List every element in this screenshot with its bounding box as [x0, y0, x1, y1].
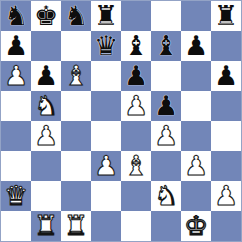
square-h7[interactable]: [211, 31, 241, 61]
white-bishop[interactable]: ♝: [64, 61, 88, 91]
square-b2[interactable]: [31, 181, 61, 211]
white-knight[interactable]: ♞: [34, 91, 58, 121]
square-d1[interactable]: [91, 211, 121, 241]
square-e7[interactable]: ♝: [121, 31, 151, 61]
black-bishop[interactable]: ♝: [124, 31, 148, 61]
square-f6[interactable]: [151, 61, 181, 91]
square-b4[interactable]: ♟: [31, 121, 61, 151]
square-b3[interactable]: [31, 151, 61, 181]
square-a4[interactable]: [1, 121, 31, 151]
square-a7[interactable]: ♟: [1, 31, 31, 61]
square-h1[interactable]: [211, 211, 241, 241]
square-h4[interactable]: [211, 121, 241, 151]
white-pawn[interactable]: ♟: [94, 151, 118, 181]
square-h5[interactable]: [211, 91, 241, 121]
square-f1[interactable]: [151, 211, 181, 241]
square-e5[interactable]: ♟: [121, 91, 151, 121]
white-rook[interactable]: ♜: [64, 211, 88, 241]
black-pawn[interactable]: ♟: [184, 31, 208, 61]
chess-board: ♞♚♞♜♜♟♛♝♝♟♟♟♝♟♟♞♟♟♟♟♟♝♟♛♞♟♜♜♚: [0, 0, 242, 242]
square-g4[interactable]: [181, 121, 211, 151]
square-a8[interactable]: ♞: [1, 1, 31, 31]
square-e4[interactable]: [121, 121, 151, 151]
black-knight[interactable]: ♞: [64, 1, 88, 31]
square-c5[interactable]: [61, 91, 91, 121]
white-bishop[interactable]: ♝: [124, 151, 148, 181]
square-c8[interactable]: ♞: [61, 1, 91, 31]
square-h6[interactable]: ♟: [211, 61, 241, 91]
white-pawn[interactable]: ♟: [184, 151, 208, 181]
square-f3[interactable]: [151, 151, 181, 181]
black-king[interactable]: ♚: [34, 1, 58, 31]
square-a2[interactable]: ♛: [1, 181, 31, 211]
square-d6[interactable]: [91, 61, 121, 91]
square-c4[interactable]: [61, 121, 91, 151]
square-f5[interactable]: ♟: [151, 91, 181, 121]
square-b7[interactable]: [31, 31, 61, 61]
black-pawn[interactable]: ♟: [124, 61, 148, 91]
square-e2[interactable]: [121, 181, 151, 211]
square-a5[interactable]: [1, 91, 31, 121]
square-f4[interactable]: ♟: [151, 121, 181, 151]
white-pawn[interactable]: ♟: [214, 181, 238, 211]
square-b1[interactable]: ♜: [31, 211, 61, 241]
black-pawn[interactable]: ♟: [34, 61, 58, 91]
square-c2[interactable]: [61, 181, 91, 211]
square-b6[interactable]: ♟: [31, 61, 61, 91]
black-rook[interactable]: ♜: [214, 1, 238, 31]
square-d3[interactable]: ♟: [91, 151, 121, 181]
black-pawn[interactable]: ♟: [214, 61, 238, 91]
white-pawn[interactable]: ♟: [154, 121, 178, 151]
white-rook[interactable]: ♜: [34, 211, 58, 241]
square-d7[interactable]: ♛: [91, 31, 121, 61]
square-f2[interactable]: ♞: [151, 181, 181, 211]
black-pawn[interactable]: ♟: [4, 31, 28, 61]
black-bishop[interactable]: ♝: [154, 31, 178, 61]
square-h2[interactable]: ♟: [211, 181, 241, 211]
square-g7[interactable]: ♟: [181, 31, 211, 61]
square-g3[interactable]: ♟: [181, 151, 211, 181]
black-knight[interactable]: ♞: [4, 1, 28, 31]
square-h8[interactable]: ♜: [211, 1, 241, 31]
square-g6[interactable]: [181, 61, 211, 91]
square-d8[interactable]: ♜: [91, 1, 121, 31]
white-pawn[interactable]: ♟: [4, 61, 28, 91]
square-c3[interactable]: [61, 151, 91, 181]
square-a6[interactable]: ♟: [1, 61, 31, 91]
square-e3[interactable]: ♝: [121, 151, 151, 181]
square-g1[interactable]: ♚: [181, 211, 211, 241]
square-c7[interactable]: [61, 31, 91, 61]
square-c6[interactable]: ♝: [61, 61, 91, 91]
black-pawn[interactable]: ♟: [154, 91, 178, 121]
square-d2[interactable]: [91, 181, 121, 211]
square-g2[interactable]: [181, 181, 211, 211]
square-e1[interactable]: [121, 211, 151, 241]
white-pawn[interactable]: ♟: [124, 91, 148, 121]
white-king[interactable]: ♚: [184, 211, 208, 241]
white-knight[interactable]: ♞: [154, 181, 178, 211]
square-b5[interactable]: ♞: [31, 91, 61, 121]
white-pawn[interactable]: ♟: [34, 121, 58, 151]
square-f8[interactable]: [151, 1, 181, 31]
square-d5[interactable]: [91, 91, 121, 121]
square-g5[interactable]: [181, 91, 211, 121]
black-queen[interactable]: ♛: [94, 31, 118, 61]
square-b8[interactable]: ♚: [31, 1, 61, 31]
square-d4[interactable]: [91, 121, 121, 151]
square-a1[interactable]: [1, 211, 31, 241]
square-c1[interactable]: ♜: [61, 211, 91, 241]
square-e8[interactable]: [121, 1, 151, 31]
square-f7[interactable]: ♝: [151, 31, 181, 61]
square-h3[interactable]: [211, 151, 241, 181]
square-e6[interactable]: ♟: [121, 61, 151, 91]
square-a3[interactable]: [1, 151, 31, 181]
black-rook[interactable]: ♜: [94, 1, 118, 31]
square-g8[interactable]: [181, 1, 211, 31]
chess-board-container: ♞♚♞♜♜♟♛♝♝♟♟♟♝♟♟♞♟♟♟♟♟♝♟♛♞♟♜♜♚: [0, 0, 242, 242]
white-queen[interactable]: ♛: [4, 181, 28, 211]
